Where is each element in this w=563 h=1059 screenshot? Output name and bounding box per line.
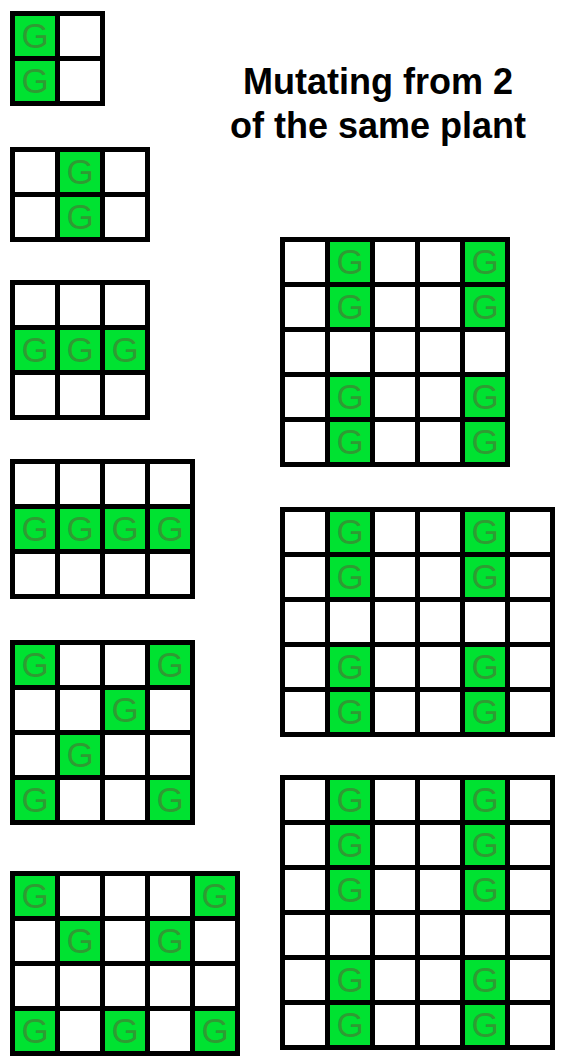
plant-cell-r1c3: G xyxy=(150,921,190,961)
plant-cell-r0c3: G xyxy=(150,645,190,685)
empty-cell-r5c0 xyxy=(285,1005,325,1045)
empty-cell-r0c3 xyxy=(150,464,190,504)
empty-cell-r3c0 xyxy=(285,647,325,687)
diagram-title: Mutating from 2 of the same plant xyxy=(190,60,563,148)
plant-cell-r1c1: G xyxy=(60,330,100,370)
empty-cell-r0c0 xyxy=(15,285,55,325)
plant-cell-r3c3: G xyxy=(150,780,190,820)
empty-cell-r2c0 xyxy=(15,966,55,1006)
empty-cell-r3c1 xyxy=(60,1011,100,1051)
plant-cell-r2c1: G xyxy=(60,735,100,775)
empty-cell-r2c4 xyxy=(465,602,505,642)
plant-cell-r0c1: G xyxy=(330,512,370,552)
empty-cell-r1c2 xyxy=(105,197,145,237)
empty-cell-r0c1 xyxy=(60,876,100,916)
empty-cell-r2c0 xyxy=(285,602,325,642)
empty-cell-r0c1 xyxy=(60,285,100,325)
empty-cell-r0c2 xyxy=(375,242,415,282)
empty-cell-r4c5 xyxy=(510,960,550,1000)
empty-cell-r3c1 xyxy=(330,915,370,955)
plant-cell-r2c4: G xyxy=(465,870,505,910)
empty-cell-r1c5 xyxy=(510,557,550,597)
plant-cell-r3c4: G xyxy=(465,647,505,687)
empty-cell-r2c0 xyxy=(15,375,55,415)
plant-cell-r1c3: G xyxy=(150,509,190,549)
plant-cell-r1c4: G xyxy=(465,287,505,327)
empty-cell-r3c2 xyxy=(375,915,415,955)
empty-cell-r1c0 xyxy=(15,197,55,237)
board-3x4: GGGG xyxy=(10,459,195,599)
empty-cell-r3c3 xyxy=(420,915,460,955)
plant-cell-r4c1: G xyxy=(330,422,370,462)
empty-cell-r5c3 xyxy=(420,1005,460,1045)
empty-cell-r0c1 xyxy=(60,645,100,685)
empty-cell-r4c3 xyxy=(420,692,460,732)
empty-cell-r1c0 xyxy=(285,825,325,865)
empty-cell-r1c1 xyxy=(60,61,100,101)
empty-cell-r1c0 xyxy=(285,557,325,597)
empty-cell-r0c1 xyxy=(60,464,100,504)
plant-cell-r1c0: G xyxy=(15,330,55,370)
empty-cell-r2c3 xyxy=(150,554,190,594)
empty-cell-r2c0 xyxy=(285,332,325,372)
empty-cell-r2c2 xyxy=(105,375,145,415)
plant-cell-r1c0: G xyxy=(15,509,55,549)
plant-cell-r1c1: G xyxy=(330,825,370,865)
empty-cell-r1c3 xyxy=(420,825,460,865)
plant-cell-r0c0: G xyxy=(15,645,55,685)
plant-cell-r1c0: G xyxy=(15,61,55,101)
plant-cell-r1c2: G xyxy=(105,330,145,370)
empty-cell-r3c2 xyxy=(375,647,415,687)
plant-cell-r5c4: G xyxy=(465,1005,505,1045)
empty-cell-r3c0 xyxy=(285,377,325,417)
board-2x2: GG xyxy=(10,11,105,106)
empty-cell-r0c1 xyxy=(60,16,100,56)
empty-cell-r1c2 xyxy=(375,287,415,327)
plant-cell-r0c4: G xyxy=(465,512,505,552)
board-4x4: GGGGGG xyxy=(10,640,195,825)
plant-cell-r1c4: G xyxy=(465,825,505,865)
empty-cell-r4c2 xyxy=(375,422,415,462)
plant-cell-r1c1: G xyxy=(60,197,100,237)
board-5x5: GGGGGGGG xyxy=(280,237,510,467)
empty-cell-r4c0 xyxy=(285,960,325,1000)
empty-cell-r4c2 xyxy=(375,692,415,732)
empty-cell-r2c3 xyxy=(150,735,190,775)
empty-cell-r0c5 xyxy=(510,512,550,552)
empty-cell-r1c3 xyxy=(420,287,460,327)
empty-cell-r0c2 xyxy=(105,645,145,685)
empty-cell-r5c5 xyxy=(510,1005,550,1045)
empty-cell-r0c2 xyxy=(375,780,415,820)
empty-cell-r0c0 xyxy=(15,152,55,192)
plant-cell-r3c2: G xyxy=(105,1011,145,1051)
empty-cell-r2c2 xyxy=(105,966,145,1006)
plant-cell-r1c1: G xyxy=(330,287,370,327)
plant-cell-r3c0: G xyxy=(15,1011,55,1051)
plant-cell-r0c1: G xyxy=(330,780,370,820)
plant-cell-r0c1: G xyxy=(60,152,100,192)
empty-cell-r2c1 xyxy=(60,375,100,415)
empty-cell-r1c3 xyxy=(150,690,190,730)
empty-cell-r1c0 xyxy=(15,921,55,961)
title-line-2: of the same plant xyxy=(190,104,563,148)
plant-cell-r3c4: G xyxy=(195,1011,235,1051)
empty-cell-r2c2 xyxy=(375,870,415,910)
empty-cell-r0c2 xyxy=(105,876,145,916)
empty-cell-r2c3 xyxy=(150,966,190,1006)
empty-cell-r4c0 xyxy=(285,422,325,462)
board-6x6: GGGGGGGGGG xyxy=(280,775,555,1050)
board-4x5: GGGGGGG xyxy=(10,871,240,1056)
empty-cell-r3c2 xyxy=(375,377,415,417)
plant-cell-r1c1: G xyxy=(330,557,370,597)
plant-cell-r1c4: G xyxy=(465,557,505,597)
empty-cell-r2c3 xyxy=(420,332,460,372)
empty-cell-r3c5 xyxy=(510,915,550,955)
plant-cell-r3c4: G xyxy=(465,377,505,417)
empty-cell-r3c2 xyxy=(105,780,145,820)
empty-cell-r3c3 xyxy=(420,647,460,687)
empty-cell-r2c4 xyxy=(465,332,505,372)
plant-cell-r3c1: G xyxy=(330,647,370,687)
plant-cell-r0c0: G xyxy=(15,16,55,56)
empty-cell-r4c0 xyxy=(285,692,325,732)
empty-cell-r4c3 xyxy=(420,422,460,462)
plant-cell-r0c4: G xyxy=(195,876,235,916)
empty-cell-r3c3 xyxy=(420,377,460,417)
plant-cell-r4c1: G xyxy=(330,960,370,1000)
empty-cell-r5c2 xyxy=(375,1005,415,1045)
empty-cell-r2c2 xyxy=(105,554,145,594)
empty-cell-r1c0 xyxy=(15,690,55,730)
empty-cell-r0c2 xyxy=(105,152,145,192)
empty-cell-r3c3 xyxy=(150,1011,190,1051)
empty-cell-r1c4 xyxy=(195,921,235,961)
board-5x6: GGGGGGGG xyxy=(280,507,555,737)
board-3x3: GGG xyxy=(10,280,150,420)
empty-cell-r3c4 xyxy=(465,915,505,955)
board-2x3: GG xyxy=(10,147,150,242)
empty-cell-r2c0 xyxy=(15,554,55,594)
empty-cell-r1c2 xyxy=(375,825,415,865)
empty-cell-r0c3 xyxy=(420,242,460,282)
empty-cell-r0c3 xyxy=(420,780,460,820)
plant-cell-r1c1: G xyxy=(60,921,100,961)
empty-cell-r0c5 xyxy=(510,780,550,820)
empty-cell-r2c2 xyxy=(375,602,415,642)
plant-cell-r5c1: G xyxy=(330,1005,370,1045)
plant-cell-r3c0: G xyxy=(15,780,55,820)
empty-cell-r1c5 xyxy=(510,825,550,865)
empty-cell-r2c3 xyxy=(420,870,460,910)
empty-cell-r2c1 xyxy=(330,602,370,642)
plant-cell-r1c1: G xyxy=(60,509,100,549)
plant-cell-r4c4: G xyxy=(465,422,505,462)
title-line-1: Mutating from 2 xyxy=(190,60,563,104)
plant-cell-r1c2: G xyxy=(105,509,145,549)
empty-cell-r2c1 xyxy=(60,554,100,594)
plant-cell-r0c4: G xyxy=(465,780,505,820)
empty-cell-r0c2 xyxy=(105,464,145,504)
empty-cell-r1c1 xyxy=(60,690,100,730)
empty-cell-r4c3 xyxy=(420,960,460,1000)
empty-cell-r2c5 xyxy=(510,602,550,642)
empty-cell-r3c1 xyxy=(60,780,100,820)
empty-cell-r0c0 xyxy=(285,242,325,282)
empty-cell-r2c0 xyxy=(285,870,325,910)
plant-cell-r0c4: G xyxy=(465,242,505,282)
empty-cell-r1c3 xyxy=(420,557,460,597)
empty-cell-r1c2 xyxy=(105,921,145,961)
plant-cell-r0c0: G xyxy=(15,876,55,916)
empty-cell-r3c5 xyxy=(510,647,550,687)
plant-cell-r3c1: G xyxy=(330,377,370,417)
empty-cell-r0c3 xyxy=(150,876,190,916)
empty-cell-r2c1 xyxy=(60,966,100,1006)
empty-cell-r2c2 xyxy=(375,332,415,372)
empty-cell-r0c2 xyxy=(105,285,145,325)
empty-cell-r0c0 xyxy=(15,464,55,504)
empty-cell-r2c3 xyxy=(420,602,460,642)
plant-cell-r4c4: G xyxy=(465,960,505,1000)
empty-cell-r1c0 xyxy=(285,287,325,327)
empty-cell-r3c0 xyxy=(285,915,325,955)
plant-cell-r4c4: G xyxy=(465,692,505,732)
empty-cell-r2c2 xyxy=(105,735,145,775)
empty-cell-r2c1 xyxy=(330,332,370,372)
empty-cell-r2c5 xyxy=(510,870,550,910)
plant-cell-r1c2: G xyxy=(105,690,145,730)
empty-cell-r4c5 xyxy=(510,692,550,732)
empty-cell-r0c0 xyxy=(285,512,325,552)
empty-cell-r0c2 xyxy=(375,512,415,552)
plant-cell-r4c1: G xyxy=(330,692,370,732)
empty-cell-r2c4 xyxy=(195,966,235,1006)
empty-cell-r1c2 xyxy=(375,557,415,597)
empty-cell-r0c3 xyxy=(420,512,460,552)
empty-cell-r4c2 xyxy=(375,960,415,1000)
empty-cell-r0c0 xyxy=(285,780,325,820)
plant-cell-r0c1: G xyxy=(330,242,370,282)
empty-cell-r2c0 xyxy=(15,735,55,775)
plant-cell-r2c1: G xyxy=(330,870,370,910)
